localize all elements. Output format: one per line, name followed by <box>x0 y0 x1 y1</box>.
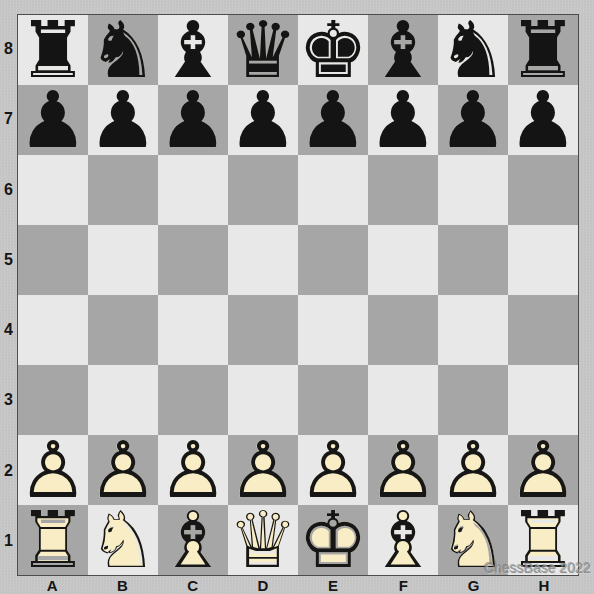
piece-outline: ♙ <box>298 435 368 505</box>
black-pawn-icon[interactable]: ♟ <box>18 85 88 155</box>
black-knight-icon[interactable]: ♞ <box>438 15 508 85</box>
square-g6[interactable] <box>438 155 508 225</box>
square-e2[interactable]: ♟♙ <box>298 435 368 505</box>
chess-board[interactable]: ♜♞♝♛♚♝♞♜♟♟♟♟♟♟♟♟♟♙♟♙♟♙♟♙♟♙♟♙♟♙♟♙♜♖♞♘♝♗♛♕… <box>17 14 579 576</box>
square-c3[interactable] <box>158 365 228 435</box>
square-h4[interactable] <box>508 295 578 365</box>
square-a8[interactable]: ♜ <box>18 15 88 85</box>
piece-fill: ♟ <box>88 435 158 505</box>
white-pawn-icon[interactable]: ♟♙ <box>228 435 298 505</box>
black-rook-icon[interactable]: ♜ <box>18 15 88 85</box>
black-pawn-icon[interactable]: ♟ <box>158 85 228 155</box>
square-c5[interactable] <box>158 225 228 295</box>
white-pawn-icon[interactable]: ♟♙ <box>368 435 438 505</box>
white-pawn-icon[interactable]: ♟♙ <box>18 435 88 505</box>
white-pawn-icon[interactable]: ♟♙ <box>298 435 368 505</box>
square-b3[interactable] <box>88 365 158 435</box>
file-label-h: H <box>509 576 579 594</box>
rank-label-3: 3 <box>0 365 17 435</box>
square-a3[interactable] <box>18 365 88 435</box>
white-king-icon[interactable]: ♚♔ <box>298 505 368 575</box>
square-a2[interactable]: ♟♙ <box>18 435 88 505</box>
square-d3[interactable] <box>228 365 298 435</box>
square-a4[interactable] <box>18 295 88 365</box>
white-pawn-icon[interactable]: ♟♙ <box>88 435 158 505</box>
square-b6[interactable] <box>88 155 158 225</box>
piece-body: ♛ <box>228 15 298 85</box>
piece-outline: ♙ <box>438 435 508 505</box>
piece-fill: ♟ <box>438 435 508 505</box>
piece-outline: ♘ <box>88 505 158 575</box>
piece-outline: ♗ <box>368 505 438 575</box>
file-label-f: F <box>368 576 438 594</box>
black-pawn-icon[interactable]: ♟ <box>508 85 578 155</box>
piece-fill: ♟ <box>298 435 368 505</box>
piece-body: ♞ <box>88 15 158 85</box>
piece-outline: ♙ <box>228 435 298 505</box>
file-label-b: B <box>87 576 157 594</box>
piece-fill: ♜ <box>18 505 88 575</box>
square-e3[interactable] <box>298 365 368 435</box>
piece-body: ♟ <box>368 85 438 155</box>
black-king-icon[interactable]: ♚ <box>298 15 368 85</box>
piece-body: ♝ <box>368 15 438 85</box>
white-queen-icon[interactable]: ♛♕ <box>228 505 298 575</box>
rank-label-6: 6 <box>0 155 17 225</box>
piece-fill: ♝ <box>368 505 438 575</box>
piece-body: ♟ <box>18 85 88 155</box>
piece-fill: ♟ <box>508 435 578 505</box>
piece-outline: ♙ <box>158 435 228 505</box>
square-g8[interactable]: ♞ <box>438 15 508 85</box>
piece-body: ♚ <box>298 15 368 85</box>
square-e1[interactable]: ♚♔ <box>298 505 368 575</box>
piece-body: ♟ <box>438 85 508 155</box>
file-label-e: E <box>298 576 368 594</box>
piece-fill: ♝ <box>158 505 228 575</box>
square-h5[interactable] <box>508 225 578 295</box>
piece-body: ♞ <box>438 15 508 85</box>
square-h8[interactable]: ♜ <box>508 15 578 85</box>
black-queen-icon[interactable]: ♛ <box>228 15 298 85</box>
white-rook-icon[interactable]: ♜♖ <box>18 505 88 575</box>
square-e7[interactable]: ♟ <box>298 85 368 155</box>
piece-body: ♟ <box>88 85 158 155</box>
file-label-g: G <box>439 576 509 594</box>
piece-body: ♟ <box>298 85 368 155</box>
square-a6[interactable] <box>18 155 88 225</box>
piece-fill: ♟ <box>368 435 438 505</box>
square-d5[interactable] <box>228 225 298 295</box>
piece-fill: ♚ <box>298 505 368 575</box>
rank-label-2: 2 <box>0 436 17 506</box>
square-e5[interactable] <box>298 225 368 295</box>
black-pawn-icon[interactable]: ♟ <box>88 85 158 155</box>
square-h3[interactable] <box>508 365 578 435</box>
square-c7[interactable]: ♟ <box>158 85 228 155</box>
square-b7[interactable]: ♟ <box>88 85 158 155</box>
black-bishop-icon[interactable]: ♝ <box>368 15 438 85</box>
square-b2[interactable]: ♟♙ <box>88 435 158 505</box>
black-pawn-icon[interactable]: ♟ <box>438 85 508 155</box>
square-b8[interactable]: ♞ <box>88 15 158 85</box>
square-d7[interactable]: ♟ <box>228 85 298 155</box>
black-pawn-icon[interactable]: ♟ <box>368 85 438 155</box>
square-e4[interactable] <box>298 295 368 365</box>
black-pawn-icon[interactable]: ♟ <box>298 85 368 155</box>
square-d4[interactable] <box>228 295 298 365</box>
black-rook-icon[interactable]: ♜ <box>508 15 578 85</box>
piece-outline: ♖ <box>18 505 88 575</box>
square-f4[interactable] <box>368 295 438 365</box>
square-e6[interactable] <box>298 155 368 225</box>
square-g5[interactable] <box>438 225 508 295</box>
rank-label-8: 8 <box>0 14 17 84</box>
white-bishop-icon[interactable]: ♝♗ <box>368 505 438 575</box>
square-h2[interactable]: ♟♙ <box>508 435 578 505</box>
square-g3[interactable] <box>438 365 508 435</box>
piece-outline: ♙ <box>18 435 88 505</box>
file-label-d: D <box>228 576 298 594</box>
square-d1[interactable]: ♛♕ <box>228 505 298 575</box>
white-pawn-icon[interactable]: ♟♙ <box>158 435 228 505</box>
chessboard-screenshot: 87654321 ♜♞♝♛♚♝♞♜♟♟♟♟♟♟♟♟♟♙♟♙♟♙♟♙♟♙♟♙♟♙♟… <box>0 0 594 594</box>
square-a7[interactable]: ♟ <box>18 85 88 155</box>
piece-outline: ♙ <box>368 435 438 505</box>
square-h6[interactable] <box>508 155 578 225</box>
rank-label-5: 5 <box>0 225 17 295</box>
piece-body: ♟ <box>228 85 298 155</box>
piece-body: ♜ <box>18 15 88 85</box>
rank-labels: 87654321 <box>0 14 17 576</box>
piece-fill: ♟ <box>228 435 298 505</box>
white-bishop-icon[interactable]: ♝♗ <box>158 505 228 575</box>
square-c1[interactable]: ♝♗ <box>158 505 228 575</box>
square-d8[interactable]: ♛ <box>228 15 298 85</box>
square-f5[interactable] <box>368 225 438 295</box>
square-c6[interactable] <box>158 155 228 225</box>
square-f2[interactable]: ♟♙ <box>368 435 438 505</box>
square-c2[interactable]: ♟♙ <box>158 435 228 505</box>
rank-label-1: 1 <box>0 506 17 576</box>
rank-label-4: 4 <box>0 295 17 365</box>
white-pawn-icon[interactable]: ♟♙ <box>438 435 508 505</box>
piece-body: ♝ <box>158 15 228 85</box>
piece-outline: ♙ <box>88 435 158 505</box>
piece-body: ♟ <box>158 85 228 155</box>
piece-outline: ♙ <box>508 435 578 505</box>
square-f7[interactable]: ♟ <box>368 85 438 155</box>
file-labels: ABCDEFGH <box>17 576 579 594</box>
piece-fill: ♛ <box>228 505 298 575</box>
piece-body: ♟ <box>508 85 578 155</box>
square-f3[interactable] <box>368 365 438 435</box>
white-pawn-icon[interactable]: ♟♙ <box>508 435 578 505</box>
square-b5[interactable] <box>88 225 158 295</box>
square-f8[interactable]: ♝ <box>368 15 438 85</box>
square-f6[interactable] <box>368 155 438 225</box>
chessbase-watermark: ChessBase 2022 <box>484 560 591 576</box>
square-b1[interactable]: ♞♘ <box>88 505 158 575</box>
square-a5[interactable] <box>18 225 88 295</box>
file-label-a: A <box>17 576 87 594</box>
piece-outline: ♕ <box>228 505 298 575</box>
piece-fill: ♞ <box>88 505 158 575</box>
piece-outline: ♔ <box>298 505 368 575</box>
file-label-c: C <box>158 576 228 594</box>
black-knight-icon[interactable]: ♞ <box>88 15 158 85</box>
rank-label-7: 7 <box>0 84 17 154</box>
piece-body: ♜ <box>508 15 578 85</box>
piece-outline: ♗ <box>158 505 228 575</box>
white-knight-icon[interactable]: ♞♘ <box>88 505 158 575</box>
square-h7[interactable]: ♟ <box>508 85 578 155</box>
square-g4[interactable] <box>438 295 508 365</box>
piece-fill: ♟ <box>18 435 88 505</box>
square-g7[interactable]: ♟ <box>438 85 508 155</box>
square-c8[interactable]: ♝ <box>158 15 228 85</box>
square-a1[interactable]: ♜♖ <box>18 505 88 575</box>
black-bishop-icon[interactable]: ♝ <box>158 15 228 85</box>
square-g2[interactable]: ♟♙ <box>438 435 508 505</box>
piece-fill: ♟ <box>158 435 228 505</box>
square-e8[interactable]: ♚ <box>298 15 368 85</box>
square-d2[interactable]: ♟♙ <box>228 435 298 505</box>
square-b4[interactable] <box>88 295 158 365</box>
square-f1[interactable]: ♝♗ <box>368 505 438 575</box>
black-pawn-icon[interactable]: ♟ <box>228 85 298 155</box>
square-c4[interactable] <box>158 295 228 365</box>
square-d6[interactable] <box>228 155 298 225</box>
